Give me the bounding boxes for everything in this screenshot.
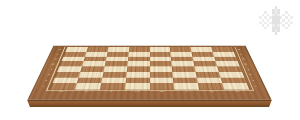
file-label: a [49, 90, 75, 92]
board-grid [50, 47, 249, 89]
square-g1 [198, 83, 224, 89]
file-label: b [74, 90, 100, 92]
square-d1 [125, 83, 150, 89]
file-coordinates-bottom: abcdefgh [49, 90, 251, 92]
chess-board: abcdefgh 87654321 87654321 [0, 0, 300, 120]
square-h1 [222, 83, 249, 89]
file-label: e [150, 90, 175, 92]
file-label: g [199, 90, 225, 92]
square-f1 [174, 83, 200, 89]
square-a1 [50, 83, 77, 89]
file-label: h [224, 90, 250, 92]
file-label: c [99, 90, 124, 92]
square-b1 [75, 83, 101, 89]
board-front-edge [27, 100, 272, 108]
file-label: d [124, 90, 149, 92]
product-photo-canvas: abcdefgh 87654321 87654321 [0, 0, 300, 120]
rank-label: 1 [250, 83, 261, 89]
square-c1 [100, 83, 126, 89]
board-top-face: abcdefgh 87654321 87654321 [27, 46, 271, 100]
file-label: f [174, 90, 199, 92]
square-e1 [150, 83, 175, 89]
